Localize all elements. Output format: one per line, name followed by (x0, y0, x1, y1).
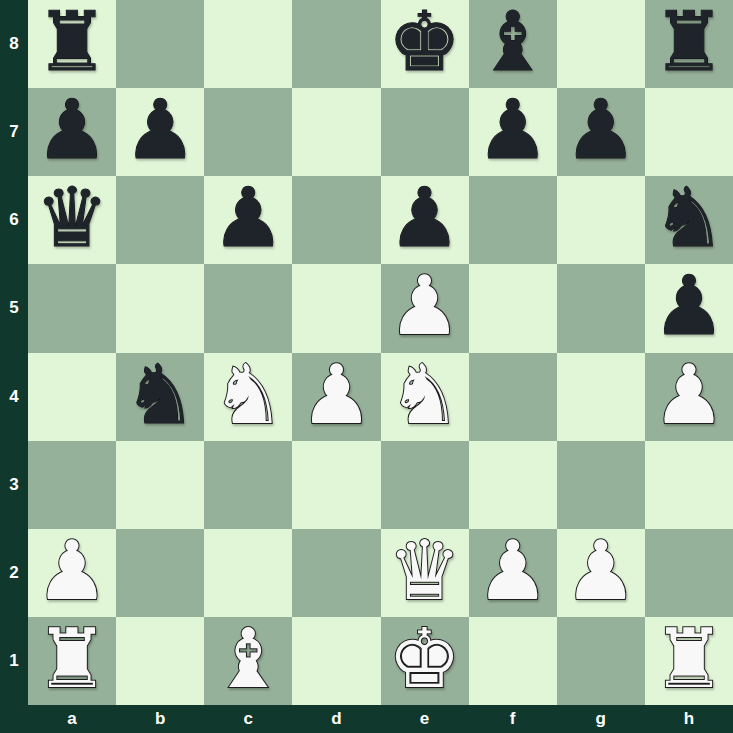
piece-white-pawn[interactable]: ♟ (564, 530, 638, 612)
rank-label-4: 4 (0, 353, 28, 441)
piece-black-rook[interactable]: ♜ (652, 1, 726, 83)
square-d5[interactable] (292, 264, 380, 352)
square-f3[interactable] (469, 441, 557, 529)
square-c1[interactable]: ♝ (204, 617, 292, 705)
piece-white-queen[interactable]: ♛ (388, 530, 462, 612)
square-g3[interactable] (557, 441, 645, 529)
piece-black-bishop[interactable]: ♝ (476, 1, 550, 83)
square-a4[interactable] (28, 353, 116, 441)
piece-white-knight[interactable]: ♞ (212, 354, 286, 436)
square-b6[interactable] (116, 176, 204, 264)
rank-label-7: 7 (0, 88, 28, 176)
square-e5[interactable]: ♟ (381, 264, 469, 352)
piece-black-pawn[interactable]: ♟ (35, 89, 109, 171)
square-e6[interactable]: ♟ (381, 176, 469, 264)
square-g6[interactable] (557, 176, 645, 264)
piece-white-rook[interactable]: ♜ (35, 618, 109, 700)
square-c6[interactable]: ♟ (204, 176, 292, 264)
piece-black-pawn[interactable]: ♟ (388, 177, 462, 259)
file-label-e: e (381, 705, 469, 733)
square-f5[interactable] (469, 264, 557, 352)
piece-white-pawn[interactable]: ♟ (652, 354, 726, 436)
file-label-c: c (204, 705, 292, 733)
square-d6[interactable] (292, 176, 380, 264)
square-a2[interactable]: ♟ (28, 529, 116, 617)
rank-label-2: 2 (0, 529, 28, 617)
square-d7[interactable] (292, 88, 380, 176)
file-label-a: a (28, 705, 116, 733)
square-a1[interactable]: ♜ (28, 617, 116, 705)
square-d8[interactable] (292, 0, 380, 88)
rank-label-1: 1 (0, 617, 28, 705)
square-a7[interactable]: ♟ (28, 88, 116, 176)
square-g2[interactable]: ♟ (557, 529, 645, 617)
square-h2[interactable] (645, 529, 733, 617)
square-f4[interactable] (469, 353, 557, 441)
square-h6[interactable]: ♞ (645, 176, 733, 264)
square-c8[interactable] (204, 0, 292, 88)
square-d3[interactable] (292, 441, 380, 529)
piece-black-knight[interactable]: ♞ (652, 177, 726, 259)
chess-board: ♜♚♝♜♟♟♟♟♛♟♟♞♟♟♞♞♟♞♟♟♛♟♟♜♝♚♜ (28, 0, 733, 705)
square-h5[interactable]: ♟ (645, 264, 733, 352)
square-e2[interactable]: ♛ (381, 529, 469, 617)
square-e7[interactable] (381, 88, 469, 176)
board-corner (0, 705, 28, 733)
piece-black-pawn[interactable]: ♟ (212, 177, 286, 259)
piece-white-knight[interactable]: ♞ (388, 354, 462, 436)
rank-label-8: 8 (0, 0, 28, 88)
square-a8[interactable]: ♜ (28, 0, 116, 88)
square-f2[interactable]: ♟ (469, 529, 557, 617)
square-b5[interactable] (116, 264, 204, 352)
square-e3[interactable] (381, 441, 469, 529)
square-f1[interactable] (469, 617, 557, 705)
file-label-b: b (116, 705, 204, 733)
file-label-f: f (469, 705, 557, 733)
piece-white-rook[interactable]: ♜ (652, 618, 726, 700)
square-d1[interactable] (292, 617, 380, 705)
piece-black-knight[interactable]: ♞ (123, 354, 197, 436)
square-c7[interactable] (204, 88, 292, 176)
piece-white-pawn[interactable]: ♟ (476, 530, 550, 612)
rank-label-6: 6 (0, 176, 28, 264)
square-g1[interactable] (557, 617, 645, 705)
piece-black-pawn[interactable]: ♟ (564, 89, 638, 171)
chess-board-app: 87654321 ♜♚♝♜♟♟♟♟♛♟♟♞♟♟♞♞♟♞♟♟♛♟♟♜♝♚♜ abc… (0, 0, 733, 733)
square-c3[interactable] (204, 441, 292, 529)
piece-white-pawn[interactable]: ♟ (35, 530, 109, 612)
piece-white-pawn[interactable]: ♟ (300, 354, 374, 436)
piece-white-bishop[interactable]: ♝ (212, 618, 286, 700)
square-b2[interactable] (116, 529, 204, 617)
square-d2[interactable] (292, 529, 380, 617)
square-e8[interactable]: ♚ (381, 0, 469, 88)
square-c5[interactable] (204, 264, 292, 352)
square-a6[interactable]: ♛ (28, 176, 116, 264)
piece-black-queen[interactable]: ♛ (35, 177, 109, 259)
square-g4[interactable] (557, 353, 645, 441)
square-a5[interactable] (28, 264, 116, 352)
square-h8[interactable]: ♜ (645, 0, 733, 88)
square-b1[interactable] (116, 617, 204, 705)
square-f6[interactable] (469, 176, 557, 264)
square-h7[interactable] (645, 88, 733, 176)
rank-label-3: 3 (0, 441, 28, 529)
square-b4[interactable]: ♞ (116, 353, 204, 441)
square-b3[interactable] (116, 441, 204, 529)
square-e4[interactable]: ♞ (381, 353, 469, 441)
file-labels: abcdefgh (28, 705, 733, 733)
file-label-h: h (645, 705, 733, 733)
piece-black-pawn[interactable]: ♟ (652, 265, 726, 347)
piece-black-king[interactable]: ♚ (388, 1, 462, 83)
file-label-g: g (557, 705, 645, 733)
rank-label-5: 5 (0, 264, 28, 352)
square-b7[interactable]: ♟ (116, 88, 204, 176)
square-g8[interactable] (557, 0, 645, 88)
piece-black-rook[interactable]: ♜ (35, 1, 109, 83)
square-c2[interactable] (204, 529, 292, 617)
square-g7[interactable]: ♟ (557, 88, 645, 176)
square-a3[interactable] (28, 441, 116, 529)
square-c4[interactable]: ♞ (204, 353, 292, 441)
square-h4[interactable]: ♟ (645, 353, 733, 441)
file-label-d: d (292, 705, 380, 733)
rank-labels: 87654321 (0, 0, 28, 705)
square-f7[interactable]: ♟ (469, 88, 557, 176)
piece-black-pawn[interactable]: ♟ (476, 89, 550, 171)
square-f8[interactable]: ♝ (469, 0, 557, 88)
square-d4[interactable]: ♟ (292, 353, 380, 441)
square-h3[interactable] (645, 441, 733, 529)
square-g5[interactable] (557, 264, 645, 352)
piece-black-pawn[interactable]: ♟ (123, 89, 197, 171)
square-e1[interactable]: ♚ (381, 617, 469, 705)
piece-white-pawn[interactable]: ♟ (388, 265, 462, 347)
piece-white-king[interactable]: ♚ (388, 618, 462, 700)
square-h1[interactable]: ♜ (645, 617, 733, 705)
square-b8[interactable] (116, 0, 204, 88)
